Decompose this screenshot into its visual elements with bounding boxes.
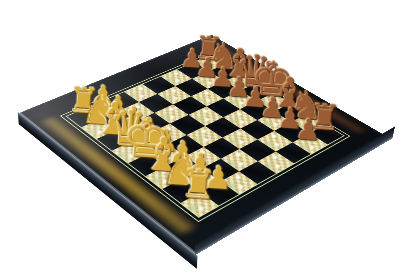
chess-board: ♜♞♝♛♚♝♞♜♟♟♟♟♟♟♟♟♟♟♟♟♟♟♟♟♜♞♝♛♚♝♞♜ — [19, 35, 391, 255]
product-photo-scene: ♜♞♝♛♚♝♞♜♟♟♟♟♟♟♟♟♟♟♟♟♟♟♟♟♜♞♝♛♚♝♞♜ — [0, 0, 416, 280]
square-h6[interactable] — [275, 142, 311, 163]
stage: ♜♞♝♛♚♝♞♜♟♟♟♟♟♟♟♟♟♟♟♟♟♟♟♟♜♞♝♛♚♝♞♜ — [0, 0, 416, 280]
black-pawn-h7[interactable]: ♟ — [277, 114, 340, 147]
white-rook-h1[interactable]: ♜ — [164, 163, 234, 207]
square-f5[interactable] — [222, 128, 257, 149]
square-h5[interactable] — [258, 152, 294, 174]
square-g5[interactable] — [240, 140, 276, 161]
